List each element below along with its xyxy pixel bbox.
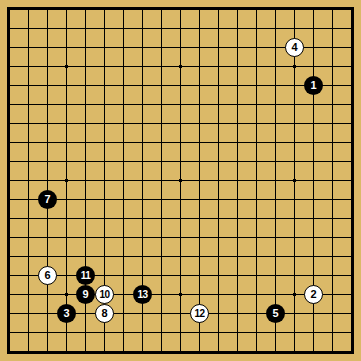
move-number: 7	[44, 194, 50, 205]
stone-black-13: 13	[133, 285, 152, 304]
stone-white-8: 8	[95, 304, 114, 323]
stone-white-6: 6	[38, 266, 57, 285]
move-number: 6	[44, 270, 50, 281]
stone-white-12: 12	[190, 304, 209, 323]
stone-black-9: 9	[76, 285, 95, 304]
stone-white-4: 4	[285, 38, 304, 57]
stone-grid[interactable]: 12345678910111213	[0, 0, 361, 361]
stone-black-3: 3	[57, 304, 76, 323]
move-number: 9	[82, 289, 88, 300]
move-number: 8	[101, 308, 107, 319]
go-board[interactable]: 12345678910111213	[0, 0, 361, 361]
move-number: 12	[194, 309, 204, 319]
stone-white-10: 10	[95, 285, 114, 304]
move-number: 3	[63, 308, 69, 319]
move-number: 5	[272, 308, 278, 319]
stone-white-2: 2	[304, 285, 323, 304]
move-number: 11	[81, 271, 91, 281]
move-number: 4	[291, 42, 297, 53]
move-number: 13	[137, 290, 147, 300]
move-number: 1	[310, 80, 316, 91]
stone-black-1: 1	[304, 76, 323, 95]
move-number: 2	[310, 289, 316, 300]
move-number: 10	[99, 290, 109, 300]
stone-black-5: 5	[266, 304, 285, 323]
stone-black-11: 11	[76, 266, 95, 285]
stone-black-7: 7	[38, 190, 57, 209]
